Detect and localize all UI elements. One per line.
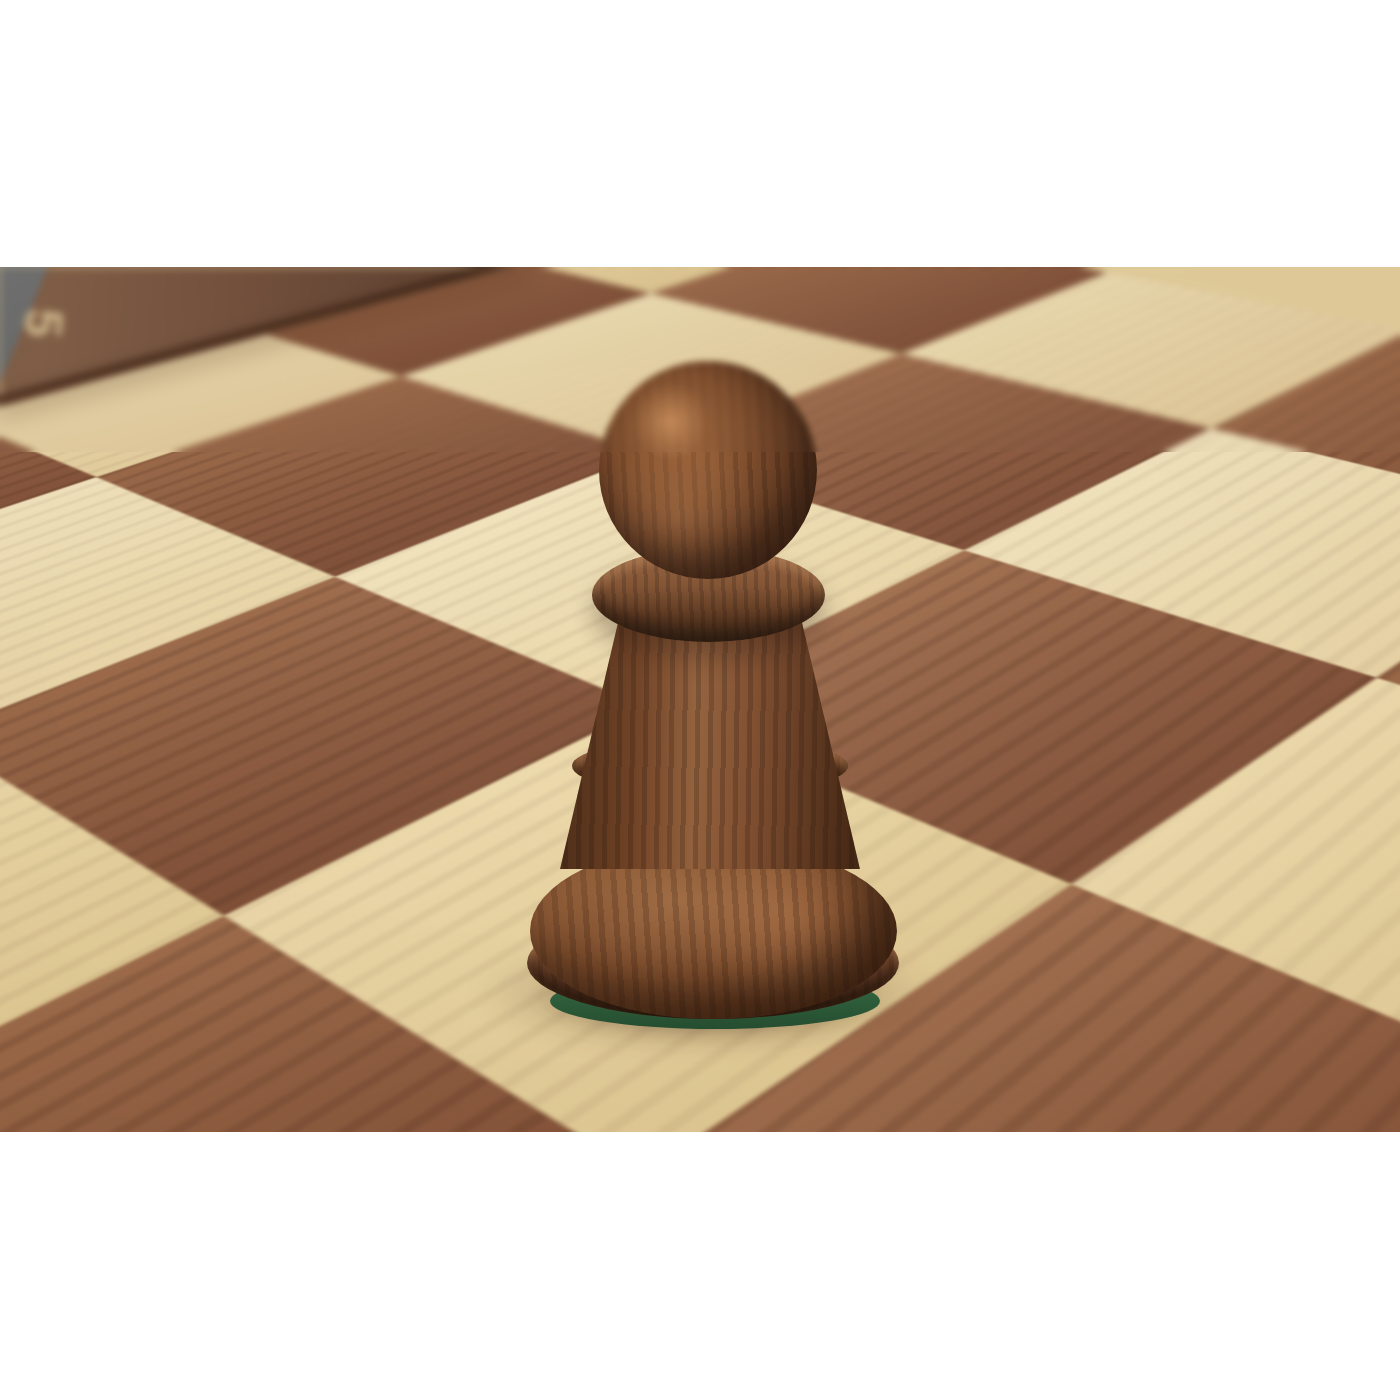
photo-area: 5: [0, 267, 1400, 1132]
pawn-head-ball: [599, 361, 817, 579]
black-pawn: [0, 267, 1400, 1132]
letterbox-top: [0, 0, 1400, 267]
pawn-base-bulge: [530, 843, 897, 1019]
letterbox-bottom: [0, 1132, 1400, 1400]
pawn-body-cone: [528, 623, 892, 869]
